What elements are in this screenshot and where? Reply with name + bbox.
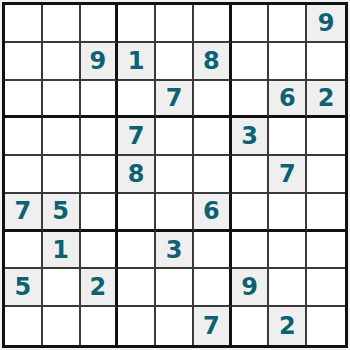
- cell-r6c4[interactable]: [118, 194, 156, 232]
- cell-r1c9: 9: [307, 5, 345, 43]
- cell-r4c2[interactable]: [43, 118, 81, 156]
- cell-r9c3[interactable]: [81, 307, 119, 345]
- cell-r1c8[interactable]: [269, 5, 307, 43]
- cell-r3c8: 6: [269, 81, 307, 119]
- cell-r7c7[interactable]: [232, 232, 270, 270]
- cell-r8c6[interactable]: [194, 269, 232, 307]
- cell-r9c9[interactable]: [307, 307, 345, 345]
- cell-r1c3[interactable]: [81, 5, 119, 43]
- cell-r4c4: 7: [118, 118, 156, 156]
- cell-r2c3: 9: [81, 43, 119, 81]
- cell-r4c9[interactable]: [307, 118, 345, 156]
- cell-r8c3: 2: [81, 269, 119, 307]
- cell-r6c2: 5: [43, 194, 81, 232]
- cell-r9c8: 2: [269, 307, 307, 345]
- cell-r3c4[interactable]: [118, 81, 156, 119]
- cell-r4c6[interactable]: [194, 118, 232, 156]
- cell-r5c4: 8: [118, 156, 156, 194]
- cell-r8c4[interactable]: [118, 269, 156, 307]
- cell-r4c7: 3: [232, 118, 270, 156]
- cell-r6c1: 7: [5, 194, 43, 232]
- cell-r7c8[interactable]: [269, 232, 307, 270]
- cell-r6c6: 6: [194, 194, 232, 232]
- cell-r8c5[interactable]: [156, 269, 194, 307]
- cell-r5c2[interactable]: [43, 156, 81, 194]
- cell-r2c8[interactable]: [269, 43, 307, 81]
- cell-r4c5[interactable]: [156, 118, 194, 156]
- cell-r7c4[interactable]: [118, 232, 156, 270]
- cell-r6c5[interactable]: [156, 194, 194, 232]
- cell-r1c7[interactable]: [232, 5, 270, 43]
- cell-r2c2[interactable]: [43, 43, 81, 81]
- cell-r6c8[interactable]: [269, 194, 307, 232]
- cell-r3c2[interactable]: [43, 81, 81, 119]
- cell-r2c9[interactable]: [307, 43, 345, 81]
- cell-r1c1[interactable]: [5, 5, 43, 43]
- cell-r5c5[interactable]: [156, 156, 194, 194]
- cell-r9c4[interactable]: [118, 307, 156, 345]
- cell-r6c7[interactable]: [232, 194, 270, 232]
- cell-r3c1[interactable]: [5, 81, 43, 119]
- cell-r5c1[interactable]: [5, 156, 43, 194]
- cell-r4c8[interactable]: [269, 118, 307, 156]
- cell-r9c2[interactable]: [43, 307, 81, 345]
- cell-r4c1[interactable]: [5, 118, 43, 156]
- cell-r1c4[interactable]: [118, 5, 156, 43]
- cell-r5c3[interactable]: [81, 156, 119, 194]
- cell-r5c8: 7: [269, 156, 307, 194]
- cell-r5c9[interactable]: [307, 156, 345, 194]
- cell-r8c1: 5: [5, 269, 43, 307]
- cell-r3c3[interactable]: [81, 81, 119, 119]
- cell-r7c1[interactable]: [5, 232, 43, 270]
- cell-r2c1[interactable]: [5, 43, 43, 81]
- cell-r2c4: 1: [118, 43, 156, 81]
- cell-r3c6[interactable]: [194, 81, 232, 119]
- cell-r8c7: 9: [232, 269, 270, 307]
- sudoku-page: 991876273877561352972: [0, 0, 350, 350]
- cell-r7c5: 3: [156, 232, 194, 270]
- cell-r4c3[interactable]: [81, 118, 119, 156]
- cell-r9c6: 7: [194, 307, 232, 345]
- cell-r2c7[interactable]: [232, 43, 270, 81]
- cell-r7c9[interactable]: [307, 232, 345, 270]
- sudoku-board: 991876273877561352972: [2, 2, 348, 348]
- cell-r8c8[interactable]: [269, 269, 307, 307]
- cell-r3c9: 2: [307, 81, 345, 119]
- cell-r1c6[interactable]: [194, 5, 232, 43]
- cell-r1c5[interactable]: [156, 5, 194, 43]
- cell-r6c3[interactable]: [81, 194, 119, 232]
- cell-r9c1[interactable]: [5, 307, 43, 345]
- cell-r5c6[interactable]: [194, 156, 232, 194]
- cell-r9c7[interactable]: [232, 307, 270, 345]
- cell-r2c6: 8: [194, 43, 232, 81]
- cell-r7c2: 1: [43, 232, 81, 270]
- cell-r9c5[interactable]: [156, 307, 194, 345]
- cell-r1c2[interactable]: [43, 5, 81, 43]
- cell-r8c2[interactable]: [43, 269, 81, 307]
- cell-r2c5[interactable]: [156, 43, 194, 81]
- cell-r8c9[interactable]: [307, 269, 345, 307]
- cell-r7c6[interactable]: [194, 232, 232, 270]
- cell-r5c7[interactable]: [232, 156, 270, 194]
- cell-r6c9[interactable]: [307, 194, 345, 232]
- cell-r3c7[interactable]: [232, 81, 270, 119]
- cell-r7c3[interactable]: [81, 232, 119, 270]
- cell-r3c5: 7: [156, 81, 194, 119]
